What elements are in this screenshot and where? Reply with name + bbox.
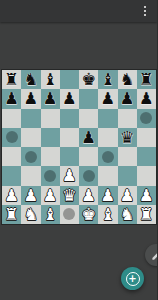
square-a2[interactable]: ♟ (2, 186, 21, 205)
piece-black-p[interactable]: ♟ (100, 89, 115, 108)
app-screen: ♜♞♝♚♝♞♜♟♟♟♟♟♟♟♟♛♟♟♟♟♛♟♟♟♟♜♞♝♚♝♞♜ + (0, 0, 157, 300)
square-f4[interactable] (98, 147, 117, 166)
square-h4[interactable] (137, 147, 156, 166)
square-b6[interactable] (21, 109, 40, 128)
square-f7[interactable]: ♟ (98, 89, 117, 108)
piece-white-k[interactable]: ♚ (81, 205, 96, 224)
square-f2[interactable]: ♟ (98, 186, 117, 205)
square-a3[interactable] (2, 166, 21, 185)
square-a4[interactable] (2, 147, 21, 166)
square-b4[interactable] (21, 147, 40, 166)
legal-move-dot[interactable] (63, 208, 75, 220)
square-e4[interactable] (79, 147, 98, 166)
square-b7[interactable]: ♟ (21, 89, 40, 108)
square-g7[interactable]: ♟ (118, 89, 137, 108)
square-c7[interactable]: ♟ (41, 89, 60, 108)
piece-black-n[interactable]: ♞ (120, 70, 135, 89)
square-f5[interactable] (98, 128, 117, 147)
square-d6[interactable] (60, 109, 79, 128)
piece-black-p[interactable]: ♟ (139, 89, 154, 108)
legal-move-dot[interactable] (44, 170, 56, 182)
square-d1[interactable] (60, 205, 79, 224)
square-e3[interactable] (79, 166, 98, 185)
square-d7[interactable]: ♟ (60, 89, 79, 108)
piece-black-k[interactable]: ♚ (81, 70, 96, 89)
square-h8[interactable]: ♜ (137, 70, 156, 89)
piece-white-p[interactable]: ♟ (139, 186, 154, 205)
square-e1[interactable]: ♚ (79, 205, 98, 224)
square-f8[interactable]: ♝ (98, 70, 117, 89)
square-h5[interactable] (137, 128, 156, 147)
square-h2[interactable]: ♟ (137, 186, 156, 205)
square-b2[interactable]: ♟ (21, 186, 40, 205)
legal-move-dot[interactable] (83, 170, 95, 182)
piece-white-n[interactable]: ♞ (120, 205, 135, 224)
square-e7[interactable] (79, 89, 98, 108)
square-h1[interactable]: ♜ (137, 205, 156, 224)
square-g1[interactable]: ♞ (118, 205, 137, 224)
piece-white-q[interactable]: ♛ (62, 186, 77, 205)
square-h6[interactable] (137, 109, 156, 128)
piece-white-p[interactable]: ♟ (100, 186, 115, 205)
square-g4[interactable] (118, 147, 137, 166)
add-circle-icon: + (126, 272, 140, 286)
square-g6[interactable] (118, 109, 137, 128)
square-e2[interactable]: ♟ (79, 186, 98, 205)
piece-black-p[interactable]: ♟ (120, 89, 135, 108)
square-a5[interactable] (2, 128, 21, 147)
piece-white-r[interactable]: ♜ (4, 205, 19, 224)
square-f6[interactable] (98, 109, 117, 128)
add-fab-button[interactable]: + (121, 267, 144, 290)
square-h3[interactable] (137, 166, 156, 185)
square-g5[interactable]: ♛ (118, 128, 137, 147)
piece-white-b[interactable]: ♝ (43, 205, 58, 224)
square-b5[interactable] (21, 128, 40, 147)
piece-black-n[interactable]: ♞ (23, 70, 38, 89)
piece-white-p[interactable]: ♟ (81, 186, 96, 205)
piece-white-b[interactable]: ♝ (100, 205, 115, 224)
square-f1[interactable]: ♝ (98, 205, 117, 224)
legal-move-dot[interactable] (102, 151, 114, 163)
piece-white-p[interactable]: ♟ (4, 186, 19, 205)
legal-move-dot[interactable] (6, 131, 18, 143)
square-g2[interactable]: ♟ (118, 186, 137, 205)
square-f3[interactable] (98, 166, 117, 185)
piece-black-p[interactable]: ♟ (23, 89, 38, 108)
piece-black-q[interactable]: ♛ (120, 128, 135, 147)
piece-white-p[interactable]: ♟ (120, 186, 135, 205)
piece-white-p[interactable]: ♟ (62, 166, 77, 185)
square-h7[interactable]: ♟ (137, 89, 156, 108)
kebab-menu-icon[interactable] (138, 4, 152, 18)
legal-move-dot[interactable] (140, 112, 152, 124)
piece-black-p[interactable]: ♟ (43, 89, 58, 108)
square-d4[interactable] (60, 147, 79, 166)
square-e5[interactable]: ♟ (79, 128, 98, 147)
piece-white-p[interactable]: ♟ (43, 186, 58, 205)
square-d5[interactable] (60, 128, 79, 147)
square-e6[interactable] (79, 109, 98, 128)
square-a1[interactable]: ♜ (2, 205, 21, 224)
square-c4[interactable] (41, 147, 60, 166)
piece-black-p[interactable]: ♟ (62, 89, 77, 108)
square-g3[interactable] (118, 166, 137, 185)
square-b3[interactable] (21, 166, 40, 185)
square-c1[interactable]: ♝ (41, 205, 60, 224)
square-d8[interactable] (60, 70, 79, 89)
square-d2[interactable]: ♛ (60, 186, 79, 205)
square-c5[interactable] (41, 128, 60, 147)
square-g8[interactable]: ♞ (118, 70, 137, 89)
piece-black-r[interactable]: ♜ (139, 70, 154, 89)
piece-white-n[interactable]: ♞ (23, 205, 38, 224)
piece-white-r[interactable]: ♜ (139, 205, 154, 224)
app-bar (0, 0, 157, 22)
square-b1[interactable]: ♞ (21, 205, 40, 224)
plus-glyph: + (128, 274, 136, 284)
square-a6[interactable] (2, 109, 21, 128)
square-d3[interactable]: ♟ (60, 166, 79, 185)
piece-black-b[interactable]: ♝ (43, 70, 58, 89)
piece-black-p[interactable]: ♟ (81, 128, 96, 147)
piece-black-p[interactable]: ♟ (4, 89, 19, 108)
square-e8[interactable]: ♚ (79, 70, 98, 89)
piece-white-p[interactable]: ♟ (23, 186, 38, 205)
pencil-icon (151, 250, 158, 261)
edit-pencil-button[interactable] (145, 244, 157, 266)
square-c3[interactable] (41, 166, 60, 185)
square-a8[interactable]: ♜ (2, 70, 21, 89)
square-c2[interactable]: ♟ (41, 186, 60, 205)
chess-board: ♜♞♝♚♝♞♜♟♟♟♟♟♟♟♟♛♟♟♟♟♛♟♟♟♟♜♞♝♚♝♞♜ (2, 70, 156, 224)
legal-move-dot[interactable] (25, 151, 37, 163)
piece-black-r[interactable]: ♜ (4, 70, 19, 89)
square-c8[interactable]: ♝ (41, 70, 60, 89)
square-a7[interactable]: ♟ (2, 89, 21, 108)
square-b8[interactable]: ♞ (21, 70, 40, 89)
square-c6[interactable] (41, 109, 60, 128)
piece-black-b[interactable]: ♝ (100, 70, 115, 89)
